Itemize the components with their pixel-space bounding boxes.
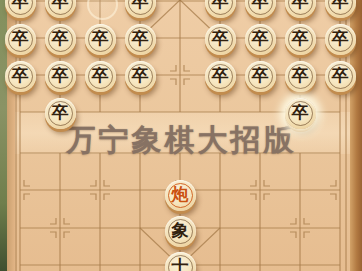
piece-glyph: 卒 [132,30,149,47]
piece-glyph: 卒 [132,0,149,10]
piece-glyph: 卒 [12,0,29,10]
piece-glyph: 卒 [292,0,309,10]
piece-glyph: 卒 [252,0,269,10]
piece-black-soldier[interactable]: 卒 [245,24,276,55]
piece-glyph: 卒 [252,30,269,47]
piece-glyph: 卒 [252,67,269,84]
piece-black-soldier[interactable]: 卒 [245,61,276,92]
xiangqi-board: 万宁象棋大招版 卒卒卒卒卒卒卒卒卒卒卒卒卒卒卒卒卒卒卒卒卒卒卒卒卒炮象士 [0,0,362,271]
piece-glyph: 卒 [332,0,349,10]
piece-black-soldier[interactable]: 卒 [5,61,36,92]
piece-glyph: 卒 [132,67,149,84]
piece-black-soldier[interactable]: 卒 [45,61,76,92]
piece-glyph: 卒 [292,67,309,84]
piece-glyph: 卒 [332,30,349,47]
piece-black-soldier[interactable]: 卒 [125,61,156,92]
piece-glyph: 卒 [52,30,69,47]
piece-glyph: 象 [172,222,189,239]
piece-glyph: 卒 [92,67,109,84]
piece-glyph: 卒 [332,67,349,84]
piece-black-soldier[interactable]: 卒 [325,61,356,92]
piece-red-cannon[interactable]: 炮 [165,180,196,211]
piece-black-soldier[interactable]: 卒 [285,61,316,92]
piece-black-soldier[interactable]: 卒 [125,24,156,55]
piece-glyph: 卒 [212,0,229,10]
piece-black-soldier[interactable]: 卒 [205,24,236,55]
piece-glyph: 卒 [212,67,229,84]
piece-glyph: 卒 [12,67,29,84]
piece-black-soldier[interactable]: 卒 [5,24,36,55]
piece-black-elephant[interactable]: 象 [165,216,196,247]
piece-black-soldier[interactable]: 卒 [85,61,116,92]
piece-black-soldier[interactable]: 卒 [45,24,76,55]
piece-black-soldier[interactable]: 卒 [205,61,236,92]
piece-glyph: 卒 [52,104,69,121]
piece-glyph: 炮 [172,186,189,203]
piece-black-soldier[interactable]: 卒 [285,24,316,55]
piece-glyph: 士 [172,258,189,271]
piece-black-soldier[interactable]: 卒 [285,98,316,129]
piece-glyph: 卒 [92,30,109,47]
piece-glyph: 卒 [52,67,69,84]
piece-glyph: 卒 [52,0,69,10]
piece-black-soldier[interactable]: 卒 [45,98,76,129]
piece-black-soldier[interactable]: 卒 [325,24,356,55]
piece-black-soldier[interactable]: 卒 [85,24,116,55]
piece-glyph: 卒 [292,104,309,121]
piece-glyph: 卒 [12,30,29,47]
piece-glyph: 卒 [212,30,229,47]
piece-glyph: 卒 [292,30,309,47]
